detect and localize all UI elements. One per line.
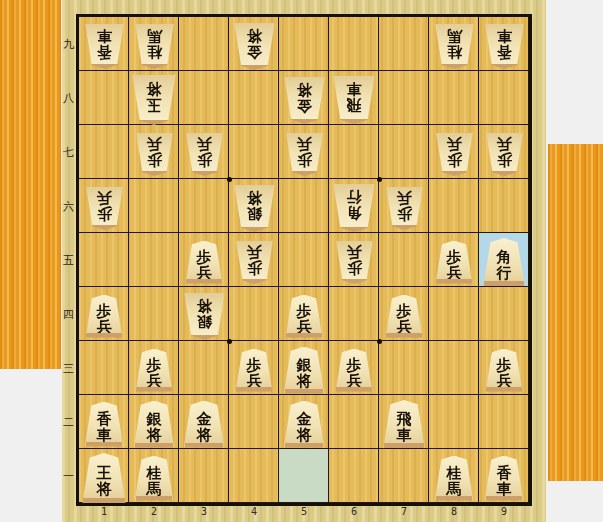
piece-kanji: 兵 [297,136,312,152]
piece-kanji: 兵 [447,136,462,152]
piece-kanji: 車 [497,28,512,44]
piece-kanji: 将 [247,190,262,206]
piece-kanji: 歩 [447,152,462,168]
piece-kanji: 歩 [447,249,462,265]
background-wood-right [548,144,603,481]
piece-kanji: 馬 [447,481,462,497]
piece-base-edge [486,496,523,501]
square-f1r3[interactable] [79,341,129,395]
file-label: 2 [129,506,179,520]
square-f6r2[interactable] [329,395,379,449]
square-f8r3[interactable] [429,341,479,395]
piece-kanji: 香 [497,44,512,60]
file-label: 8 [429,506,479,520]
piece-kanji: 車 [497,481,512,497]
square-f1r8[interactable] [79,71,129,125]
piece-kanji: 車 [347,82,362,98]
square-f8r4[interactable] [429,287,479,341]
piece-kanji: 銀 [147,411,162,427]
square-f5r6[interactable] [279,179,329,233]
square-f7r7[interactable] [379,125,429,179]
piece-kanji: 銀 [247,206,262,222]
square-f6r7[interactable] [329,125,379,179]
file-label: 5 [279,506,329,520]
square-f5r9[interactable] [279,17,329,71]
piece-kanji: 将 [197,298,212,314]
rank-label: 七 [62,125,75,179]
square-f1r5[interactable] [79,233,129,287]
piece-kanji: 兵 [497,136,512,152]
piece-kanji: 金 [247,44,262,60]
file-label: 7 [379,506,429,520]
square-f2r4[interactable] [129,287,179,341]
hoshi-dot [377,339,382,344]
square-f6r1[interactable] [329,449,379,503]
piece-kanji: 歩 [197,152,212,168]
file-labels: 123456789 [79,506,529,520]
piece-kanji: 歩 [497,357,512,373]
piece-base-edge [285,443,324,448]
piece-kanji: 香 [97,44,112,60]
piece-kanji: 金 [197,411,212,427]
piece-kanji: 角 [497,249,512,265]
square-f7r3[interactable] [379,341,429,395]
piece-kanji: 将 [297,373,312,389]
square-f4r8[interactable] [229,71,279,125]
piece-base-edge [286,333,321,338]
piece-kanji: 銀 [297,357,312,373]
square-f2r6[interactable] [129,179,179,233]
square-f3r9[interactable] [179,17,229,71]
square-f7r9[interactable] [379,17,429,71]
square-f3r8[interactable] [179,71,229,125]
piece-base-edge [436,496,473,501]
file-label: 3 [179,506,229,520]
hoshi-dot [377,177,382,182]
piece-kanji: 香 [97,411,112,427]
app-window: 九八七六五四三二一 香車桂馬金将桂馬香車玉将金将飛車歩兵歩兵歩兵歩兵歩兵歩兵銀将… [0,0,603,522]
piece-base-edge [136,496,173,501]
square-f7r8[interactable] [379,71,429,125]
piece-base-edge [384,443,424,448]
piece-kanji: 行 [347,190,362,206]
piece-kanji: 車 [397,427,412,443]
piece-base-edge [285,389,324,394]
square-f4r7[interactable] [229,125,279,179]
square-f9r4[interactable] [479,287,529,341]
piece-kanji: 行 [497,265,512,281]
hoshi-dot [227,339,232,344]
piece-kanji: 兵 [97,190,112,206]
piece-kanji: 歩 [197,249,212,265]
piece-kanji: 将 [147,82,162,98]
square-f7r1[interactable] [379,449,429,503]
square-f6r4[interactable] [329,287,379,341]
square-f4r4[interactable] [229,287,279,341]
piece-base-edge [86,333,121,338]
rank-label: 九 [62,17,75,71]
piece-kanji: 桂 [147,44,162,60]
piece-kanji: 歩 [497,152,512,168]
file-label: 6 [329,506,379,520]
rank-label: 八 [62,71,75,125]
piece-kanji: 車 [97,28,112,44]
piece-base-edge [185,443,224,448]
piece-kanji: 飛 [347,98,362,114]
rank-labels: 九八七六五四三二一 [62,17,75,503]
piece-kanji: 兵 [147,136,162,152]
rank-label: 二 [62,395,75,449]
piece-kanji: 歩 [297,152,312,168]
rank-label: 一 [62,449,75,503]
piece-kanji: 将 [297,82,312,98]
rank-label: 四 [62,287,75,341]
piece-kanji: 角 [347,206,362,222]
file-label: 1 [79,506,129,520]
square-f5r5[interactable] [279,233,329,287]
piece-kanji: 車 [97,427,112,443]
piece-kanji: 将 [97,481,112,497]
piece-kanji: 王 [97,465,112,481]
piece-kanji: 歩 [347,260,362,276]
piece-base-edge [86,442,123,447]
background-wood-left [0,0,61,369]
piece-kanji: 将 [147,427,162,443]
piece-kanji: 歩 [297,303,312,319]
square-f9r6[interactable] [479,179,529,233]
piece-base-edge [136,387,171,392]
rank-label: 六 [62,179,75,233]
square-f7r5[interactable] [379,233,429,287]
highlight-square-f5 [279,449,329,503]
piece-kanji: 兵 [247,244,262,260]
piece-base-edge [484,281,524,286]
piece-kanji: 将 [197,427,212,443]
square-f9r8[interactable] [479,71,529,125]
piece-kanji: 兵 [397,190,412,206]
piece-kanji: 桂 [447,465,462,481]
piece-base-edge [336,387,371,392]
square-f6r9[interactable] [329,17,379,71]
piece-kanji: 歩 [347,357,362,373]
square-f3r1[interactable] [179,449,229,503]
square-f8r6[interactable] [429,179,479,233]
piece-base-edge [135,443,174,448]
piece-kanji: 兵 [347,244,362,260]
piece-kanji: 歩 [397,303,412,319]
piece-kanji: 香 [497,465,512,481]
piece-kanji: 馬 [447,28,462,44]
square-f9r2[interactable] [479,395,529,449]
piece-base-edge [436,279,471,284]
piece-kanji: 将 [297,427,312,443]
piece-kanji: 馬 [147,481,162,497]
square-f2r5[interactable] [129,233,179,287]
piece-kanji: 桂 [447,44,462,60]
piece-kanji: 歩 [397,206,412,222]
piece-kanji: 玉 [147,98,162,114]
square-f8r8[interactable] [429,71,479,125]
piece-kanji: 桂 [147,465,162,481]
piece-kanji: 飛 [397,411,412,427]
piece-kanji: 歩 [247,357,262,373]
piece-base-edge [236,387,271,392]
rank-label: 三 [62,341,75,395]
square-f1r7[interactable] [79,125,129,179]
square-f3r6[interactable] [179,179,229,233]
shogi-board-panel: 九八七六五四三二一 香車桂馬金将桂馬香車玉将金将飛車歩兵歩兵歩兵歩兵歩兵歩兵銀将… [62,0,546,522]
square-f8r2[interactable] [429,395,479,449]
piece-base-edge [186,279,221,284]
piece-kanji: 歩 [147,357,162,373]
piece-kanji: 馬 [147,28,162,44]
hoshi-dot [227,177,232,182]
piece-kanji: 銀 [197,314,212,330]
piece-kanji: 金 [297,411,312,427]
piece-base-edge [83,498,124,503]
piece-kanji: 歩 [247,260,262,276]
piece-kanji: 歩 [97,206,112,222]
square-f4r2[interactable] [229,395,279,449]
piece-kanji: 歩 [97,303,112,319]
file-label: 4 [229,506,279,520]
square-f4r1[interactable] [229,449,279,503]
piece-kanji: 兵 [197,136,212,152]
piece-kanji: 将 [247,28,262,44]
file-label: 9 [479,506,529,520]
rank-label: 五 [62,233,75,287]
piece-kanji: 金 [297,98,312,114]
piece-kanji: 歩 [147,152,162,168]
shogi-board[interactable]: 香車桂馬金将桂馬香車玉将金将飛車歩兵歩兵歩兵歩兵歩兵歩兵銀将角行歩兵歩兵歩兵歩兵… [76,14,532,506]
piece-base-edge [386,333,421,338]
piece-base-edge [486,387,521,392]
square-f3r3[interactable] [179,341,229,395]
